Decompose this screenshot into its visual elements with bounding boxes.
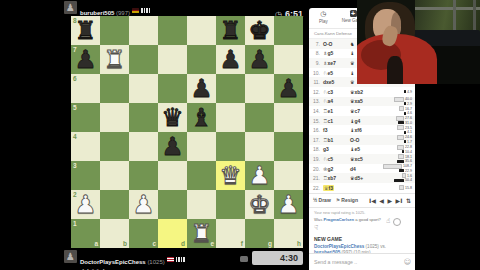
square-e6[interactable]: ♟ (187, 74, 216, 103)
square-b7[interactable]: ♜ (100, 45, 129, 74)
move-row: 18.g3♝e522.810.4 (309, 145, 415, 155)
square-d5[interactable]: ♛ (158, 103, 187, 132)
move-row: 15.♖c1♝g427.631.0 (309, 116, 415, 126)
square-g5[interactable] (245, 103, 274, 132)
white-rook[interactable]: ♜ (100, 45, 129, 74)
square-e4[interactable] (187, 132, 216, 161)
thumbs-down-icon[interactable]: ☟ (314, 224, 318, 232)
file-label: b (123, 240, 127, 247)
square-h4[interactable] (274, 132, 303, 161)
sportsmanship-question: Was PragmaCarlsen a good sport? ☟ (314, 217, 386, 233)
file-label: f (241, 240, 243, 247)
file-label: h (297, 240, 301, 247)
black-move[interactable]: ♝g4 (350, 118, 376, 124)
nav-forward-button[interactable]: ▶ (387, 197, 392, 204)
black-move[interactable]: ♛xc5 (350, 156, 376, 162)
square-a7[interactable]: 7♟ (71, 45, 100, 74)
connection-bars-icon (141, 8, 150, 13)
white-move[interactable]: ♖c1 (320, 118, 350, 124)
black-move[interactable]: ♝xf6 (350, 127, 376, 133)
move-number: 19. (309, 156, 320, 162)
square-f8[interactable]: ♜ (216, 16, 245, 45)
rank-label: 6 (73, 75, 77, 82)
file-label: g (268, 240, 272, 247)
sportsmanship-row: Was PragmaCarlsen a good sport? ☟ ☝ (309, 216, 415, 233)
square-d6[interactable] (158, 74, 187, 103)
square-h8[interactable] (274, 16, 303, 45)
square-e8[interactable] (187, 16, 216, 45)
white-move[interactable]: f3 (320, 127, 350, 133)
message-input[interactable]: Send a message .. (309, 259, 404, 265)
square-e5[interactable]: ♝ (187, 103, 216, 132)
chess-board[interactable]: 8♜♜♚7♟♜♟♟6♟♟5♛♝4♟3♛♟2♟♟♚♟1abcde♜fgh (71, 16, 303, 248)
move-number: 14. (309, 108, 320, 114)
square-f6[interactable] (216, 74, 245, 103)
black-move[interactable]: ♝e5 (350, 146, 376, 152)
country-flag-icon (132, 8, 139, 13)
square-d7[interactable] (158, 45, 187, 74)
move-row: 17.♖b1O-O24.61.7 (309, 135, 415, 145)
black-pawn[interactable]: ♟ (158, 132, 187, 161)
move-row: 19.♘c5♛xc518.135.6 (309, 154, 415, 164)
square-d2[interactable] (158, 190, 187, 219)
white-rook[interactable]: ♜ (187, 219, 216, 248)
move-row: 12.♘c3♛xb24.9 (309, 87, 415, 97)
plus-icon: + (350, 10, 357, 17)
square-a5[interactable]: 5 (71, 103, 100, 132)
square-a6[interactable]: 6 (71, 74, 100, 103)
rating-update-text: Your new rapid rating is 1025. (309, 208, 415, 216)
black-move-time: 31.0 (398, 121, 412, 125)
square-a2[interactable]: 2♟ (71, 190, 100, 219)
message-bar: Send a message .. ☺ (309, 253, 415, 270)
move-number: 16. (309, 127, 320, 133)
square-f1[interactable]: f (216, 219, 245, 248)
move-row: 20.♔g2d4108.722.9 (309, 164, 415, 174)
rank-label: 5 (73, 104, 77, 111)
square-d8[interactable] (158, 16, 187, 45)
file-label: a (94, 240, 98, 247)
move-nav-buttons: Ⅰ◀◀▶▶Ⅰ⇅ (369, 197, 411, 204)
avatar[interactable]: ♟ (64, 1, 77, 14)
white-move[interactable]: ♖b1 (320, 137, 350, 143)
move-row: 13.♘a4♛xa540.02.9 (309, 97, 415, 107)
black-move-time: 4.9 (404, 90, 413, 94)
bottom-clock: 4:30 (252, 251, 303, 265)
white-pawn[interactable]: ♟ (245, 161, 274, 190)
square-g4[interactable] (245, 132, 274, 161)
white-move[interactable]: ♖xb7 (320, 175, 350, 181)
white-pawn[interactable]: ♟ (129, 190, 158, 219)
white-move[interactable]: ♗g5 (320, 50, 350, 56)
square-h7[interactable] (274, 45, 303, 74)
square-e3[interactable] (187, 161, 216, 190)
white-move[interactable]: ♔g2 (320, 166, 350, 172)
square-b4[interactable] (100, 132, 129, 161)
black-pawn[interactable]: ♟ (245, 45, 274, 74)
square-d3[interactable] (158, 161, 187, 190)
white-pawn[interactable]: ♟ (274, 190, 303, 219)
white-move[interactable]: ♖e1 (320, 108, 350, 114)
black-pawn[interactable]: ♟ (274, 74, 303, 103)
country-flag-icon (167, 257, 174, 262)
square-e7[interactable] (187, 45, 216, 74)
black-move[interactable]: ♛c7 (350, 108, 376, 114)
white-move[interactable]: ♘a4 (320, 98, 350, 104)
flip-board-button[interactable]: ⇅ (406, 197, 411, 204)
square-a4[interactable]: 4 (71, 132, 100, 161)
nav-back-button[interactable]: ◀ (379, 197, 384, 204)
square-e1[interactable]: e♜ (187, 219, 216, 248)
clock-icon: ◷ (320, 10, 326, 18)
black-move-time: 2.9 (404, 102, 413, 106)
black-pawn[interactable]: ♟ (187, 74, 216, 103)
square-c2[interactable]: ♟ (129, 190, 158, 219)
thumbs-up-icon[interactable]: ☝ (386, 217, 390, 225)
black-pawn[interactable]: ♟ (71, 45, 100, 74)
white-king[interactable]: ♚ (245, 190, 274, 219)
black-rook[interactable]: ♜ (216, 16, 245, 45)
rank-label: 1 (73, 220, 77, 227)
square-g2[interactable]: ♚ (245, 190, 274, 219)
white-move[interactable]: g3 (320, 146, 350, 152)
square-d4[interactable]: ♟ (158, 132, 187, 161)
black-king[interactable]: ♚ (245, 16, 274, 45)
black-move-time: 4.1 (404, 130, 413, 134)
move-number: 12. (309, 89, 320, 95)
resign-button[interactable]: ⚑Resign (336, 197, 358, 203)
white-move[interactable]: ♗xe7 (320, 60, 350, 66)
square-b1[interactable]: b (100, 219, 129, 248)
draw-button[interactable]: ½ Draw (313, 197, 331, 203)
black-pawn[interactable]: ♟ (216, 45, 245, 74)
move-number: 15. (309, 118, 320, 124)
player-rating: (1025) (147, 259, 164, 265)
white-move[interactable]: ♘e5 (320, 70, 350, 76)
square-h6[interactable]: ♟ (274, 74, 303, 103)
rank-label: 4 (73, 133, 77, 140)
nav-last-button[interactable]: ▶Ⅰ (396, 197, 403, 204)
move-row: 22.♕f315.8 (309, 183, 415, 193)
game-controls: ½ Draw ⚑Resign Ⅰ◀◀▶▶Ⅰ⇅ (309, 193, 415, 208)
white-move[interactable]: O-O (320, 41, 350, 47)
move-number: 22. (309, 185, 320, 191)
white-move[interactable]: ♘c5 (320, 156, 350, 162)
black-move[interactable]: d4 (350, 166, 376, 172)
square-h5[interactable] (274, 103, 303, 132)
file-label: c (152, 240, 156, 247)
black-move-time: 22.9 (399, 169, 412, 173)
white-move-time: 1.6 (402, 174, 413, 178)
square-f5[interactable] (216, 103, 245, 132)
square-c6[interactable] (129, 74, 158, 103)
square-g8[interactable]: ♚ (245, 16, 274, 45)
hoodie-zipper (387, 56, 403, 84)
player-name[interactable]: DoctorPlaysEpicChess (1025) (80, 259, 165, 265)
white-move[interactable]: ♘c3 (320, 89, 350, 95)
white-move-time: 27.6 (396, 116, 412, 120)
square-h3[interactable] (274, 161, 303, 190)
square-c1[interactable]: c (129, 219, 158, 248)
bunk-bed-rail (415, 7, 480, 10)
black-move[interactable]: ♛xa5 (350, 98, 376, 104)
white-move-time: 18.1 (398, 155, 412, 159)
black-bishop[interactable]: ♝ (187, 103, 216, 132)
opponent-link[interactable]: PragmaCarlsen (323, 217, 354, 222)
square-f3[interactable]: ♛ (216, 161, 245, 190)
move-number: 7. (309, 41, 320, 47)
white-move-time: 22.8 (397, 145, 412, 149)
square-c5[interactable] (129, 103, 158, 132)
white-player-link[interactable]: DoctorPlaysEpicChess (314, 244, 364, 249)
white-move[interactable]: ♕f3 (320, 185, 350, 191)
square-g3[interactable]: ♟ (245, 161, 274, 190)
square-b8[interactable] (100, 16, 129, 45)
square-c8[interactable] (129, 16, 158, 45)
avatar[interactable]: ♟ (64, 250, 77, 263)
square-f2[interactable] (216, 190, 245, 219)
white-move-time: 15.8 (399, 186, 412, 190)
square-c4[interactable] (129, 132, 158, 161)
reaction-icon[interactable] (393, 218, 401, 226)
square-g7[interactable]: ♟ (245, 45, 274, 74)
square-b6[interactable] (100, 74, 129, 103)
move-row: 16.f3♝xf623.54.1 (309, 125, 415, 135)
black-move[interactable]: ♛d5+ (350, 175, 376, 181)
webcam-video (357, 0, 480, 84)
move-number: 17. (309, 137, 320, 143)
square-d1[interactable]: d (158, 219, 187, 248)
black-move-time: 10.4 (402, 150, 413, 154)
tab-play[interactable]: ◷ Play (319, 8, 328, 28)
square-g6[interactable] (245, 74, 274, 103)
white-queen[interactable]: ♛ (216, 161, 245, 190)
black-rook[interactable]: ♜ (71, 16, 100, 45)
white-pawn[interactable]: ♟ (71, 190, 100, 219)
square-b2[interactable] (100, 190, 129, 219)
move-number: 11. (309, 79, 320, 85)
square-h2[interactable]: ♟ (274, 190, 303, 219)
chat-bubble-icon[interactable] (240, 256, 248, 262)
square-e2[interactable] (187, 190, 216, 219)
square-h1[interactable]: h (274, 219, 303, 248)
black-move-time: 1.7 (404, 140, 413, 144)
black-move[interactable]: O-O (350, 137, 376, 143)
white-move-time: 16.7 (399, 107, 412, 111)
move-row: 21.♖xb7♛d5+1.650.4 (309, 173, 415, 183)
top-player-bar: ♟ buruberi505 (997) ♟♟♟♟ ♞♞ ♝♝+5 (64, 1, 304, 15)
move-number: 10. (309, 70, 320, 76)
move-row: 14.♖e1♛c716.74.6 (309, 106, 415, 116)
file-label: d (181, 240, 185, 247)
square-a1[interactable]: 1a (71, 219, 100, 248)
black-move-time: 35.6 (397, 159, 412, 163)
square-b3[interactable] (100, 161, 129, 190)
black-move-time: 50.4 (394, 178, 412, 182)
square-f4[interactable] (216, 132, 245, 161)
white-move[interactable]: dxe5 (320, 79, 350, 85)
flag-icon: ⚑ (336, 197, 340, 203)
square-b5[interactable] (100, 103, 129, 132)
move-number: 20. (309, 166, 320, 172)
move-number: 18. (309, 146, 320, 152)
rank-label: 3 (73, 162, 77, 169)
smiley-icon[interactable]: ☺ (404, 258, 415, 266)
square-c7[interactable] (129, 45, 158, 74)
white-move-time: 108.7 (383, 164, 412, 168)
black-move[interactable]: ♛xb2 (350, 89, 376, 95)
move-number: 21. (309, 175, 320, 181)
black-move-time: 4.6 (404, 111, 413, 115)
black-queen[interactable]: ♛ (158, 103, 187, 132)
move-number: 13. (309, 98, 320, 104)
square-f7[interactable]: ♟ (216, 45, 245, 74)
move-number: 9. (309, 60, 320, 66)
square-g1[interactable]: g (245, 219, 274, 248)
square-c3[interactable] (129, 161, 158, 190)
new-game-title: NEW GAME (309, 232, 415, 243)
square-a8[interactable]: 8♜ (71, 16, 100, 45)
nav-first-button[interactable]: Ⅰ◀ (369, 197, 376, 204)
connection-bars-icon (176, 257, 185, 262)
white-move-time: 40.0 (394, 97, 412, 101)
white-move-time: 24.6 (397, 135, 412, 139)
white-move-time: 23.5 (397, 126, 412, 130)
square-a3[interactable]: 3 (71, 161, 100, 190)
move-number: 8. (309, 50, 320, 56)
